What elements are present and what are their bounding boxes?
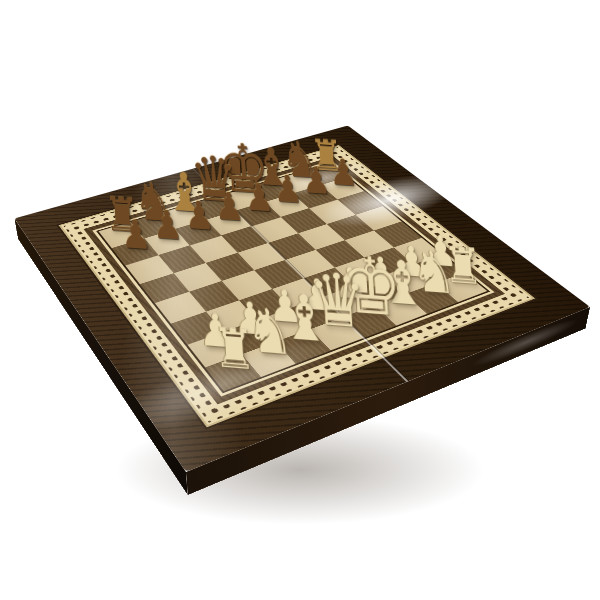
piece-black-p-f7[interactable]: ♟ <box>272 169 303 208</box>
piece-black-p-d7[interactable]: ♟ <box>214 186 246 226</box>
photo-stage: ♜♞♝♛♚♝♞♜♟♟♟♟♟♟♟♟♟♟♟♟♟♟♟♟♜♞♝♛♚♝♞♜ <box>0 0 600 600</box>
piece-black-p-e7[interactable]: ♟ <box>243 178 274 217</box>
piece-black-p-h7[interactable]: ♟ <box>328 153 358 191</box>
chess-board: ♜♞♝♛♚♝♞♜♟♟♟♟♟♟♟♟♟♟♟♟♟♟♟♟♜♞♝♛♚♝♞♜ <box>14 126 590 472</box>
piece-black-p-b7[interactable]: ♟ <box>152 204 184 245</box>
piece-black-p-a7[interactable]: ♟ <box>119 214 152 256</box>
piece-black-p-g7[interactable]: ♟ <box>301 161 332 199</box>
piece-black-p-c7[interactable]: ♟ <box>183 195 215 235</box>
piece-white-r-a1[interactable]: ♜ <box>211 319 257 378</box>
scene: ♜♞♝♛♚♝♞♜♟♟♟♟♟♟♟♟♟♟♟♟♟♟♟♟♜♞♝♛♚♝♞♜ <box>0 0 600 600</box>
